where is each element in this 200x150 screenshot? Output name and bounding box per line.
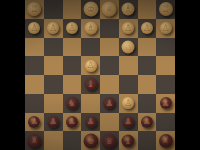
square-b1[interactable] [138, 0, 157, 19]
piece-wP-a2[interactable]: ♙ [160, 22, 172, 34]
chess-piece-glyph-bP: ♟ [30, 117, 38, 126]
square-a6[interactable]: ♟ [156, 94, 175, 113]
chess-piece-glyph-wB: ♗ [87, 24, 95, 33]
square-f4[interactable] [63, 56, 82, 75]
square-g1[interactable] [44, 0, 63, 19]
chess-piece-glyph-wP: ♙ [49, 24, 57, 33]
square-h1[interactable]: ♖ [25, 0, 44, 19]
square-c8[interactable]: ♝ [119, 131, 138, 150]
square-e5[interactable]: ♝ [81, 75, 100, 94]
square-a7[interactable] [156, 113, 175, 132]
chess-piece-glyph-wP: ♙ [68, 24, 76, 33]
piece-bB-e5[interactable]: ♝ [84, 78, 97, 91]
square-h8[interactable]: ♜ [25, 131, 44, 150]
square-f7[interactable]: ♟ [63, 113, 82, 132]
piece-bP-e7[interactable]: ♟ [85, 116, 97, 128]
square-g6[interactable] [44, 94, 63, 113]
chess-piece-glyph-wP: ♙ [30, 24, 38, 33]
square-h2[interactable]: ♙ [25, 19, 44, 38]
square-f2[interactable]: ♙ [63, 19, 82, 38]
square-a2[interactable]: ♙ [156, 19, 175, 38]
square-d7[interactable] [100, 113, 119, 132]
square-d5[interactable] [100, 75, 119, 94]
chess-piece-glyph-wR: ♖ [30, 5, 38, 14]
chess-piece-glyph-bB: ♝ [124, 136, 132, 145]
square-e1[interactable]: ♔ [81, 0, 100, 19]
chess-piece-glyph-bQ: ♛ [105, 136, 113, 145]
square-h3[interactable] [25, 38, 44, 57]
chess-piece-glyph-wR: ♖ [162, 5, 170, 14]
square-f8[interactable] [63, 131, 82, 150]
square-b2[interactable]: ♙ [138, 19, 157, 38]
piece-wR-a1[interactable]: ♖ [159, 2, 173, 16]
chess-piece-glyph-bP: ♟ [143, 117, 151, 126]
square-g2[interactable]: ♙ [44, 19, 63, 38]
piece-wP-g2[interactable]: ♙ [47, 22, 59, 34]
square-f5[interactable] [63, 75, 82, 94]
piece-wP-f2[interactable]: ♙ [66, 22, 78, 34]
square-g4[interactable] [44, 56, 63, 75]
square-e6[interactable] [81, 94, 100, 113]
square-b8[interactable] [138, 131, 157, 150]
piece-bP-g7[interactable]: ♟ [47, 116, 59, 128]
square-e3[interactable] [81, 38, 100, 57]
square-a1[interactable]: ♖ [156, 0, 175, 19]
square-c7[interactable]: ♟ [119, 113, 138, 132]
piece-wB-c1[interactable]: ♗ [122, 3, 135, 16]
piece-bP-b7[interactable]: ♟ [141, 116, 153, 128]
square-c2[interactable]: ♙ [119, 19, 138, 38]
chess-piece-glyph-bB: ♝ [87, 80, 95, 89]
square-d2[interactable] [100, 19, 119, 38]
square-g7[interactable]: ♟ [44, 113, 63, 132]
chess-piece-glyph-wN: ♘ [124, 42, 132, 51]
piece-bN-f6[interactable]: ♞ [65, 97, 78, 110]
chess-piece-glyph-wQ: ♕ [105, 5, 113, 14]
chess-piece-glyph-bP: ♟ [105, 99, 113, 108]
piece-bR-a8[interactable]: ♜ [159, 134, 173, 148]
chess-piece-glyph-bR: ♜ [162, 136, 170, 145]
square-c3[interactable]: ♘ [119, 38, 138, 57]
chess-piece-glyph-bP: ♟ [68, 117, 76, 126]
piece-bQ-d8[interactable]: ♛ [102, 133, 117, 148]
piece-wK-e1[interactable]: ♔ [83, 2, 98, 17]
square-e7[interactable]: ♟ [81, 113, 100, 132]
chess-board: ♖♔♕♗♖♙♙♙♗♙♙♙♘♙♝♞♟♙♟♟♟♟♟♟♟♜♚♛♝♜ [25, 0, 175, 150]
chess-piece-glyph-wP: ♙ [162, 24, 170, 33]
chess-piece-glyph-bP: ♟ [87, 117, 95, 126]
chess-piece-glyph-wB: ♗ [124, 5, 132, 14]
piece-wN-c3[interactable]: ♘ [122, 40, 135, 53]
chess-piece-glyph-wP: ♙ [87, 61, 95, 70]
piece-bP-d6[interactable]: ♟ [103, 97, 115, 109]
piece-wR-h1[interactable]: ♖ [27, 2, 41, 16]
square-d1[interactable]: ♕ [100, 0, 119, 19]
chess-piece-glyph-wP: ♙ [124, 24, 132, 33]
square-b7[interactable]: ♟ [138, 113, 157, 132]
square-g8[interactable] [44, 131, 63, 150]
square-h4[interactable] [25, 56, 44, 75]
square-d4[interactable] [100, 56, 119, 75]
square-c5[interactable] [119, 75, 138, 94]
square-b3[interactable] [138, 38, 157, 57]
square-d6[interactable]: ♟ [100, 94, 119, 113]
chess-piece-glyph-bP: ♟ [124, 117, 132, 126]
piece-bB-c8[interactable]: ♝ [122, 134, 135, 147]
square-a5[interactable] [156, 75, 175, 94]
piece-wP-c2[interactable]: ♙ [122, 22, 134, 34]
piece-wB-e2[interactable]: ♗ [84, 22, 97, 35]
square-c1[interactable]: ♗ [119, 0, 138, 19]
chess-piece-glyph-bP: ♟ [49, 117, 57, 126]
chess-app-window: ♖♔♕♗♖♙♙♙♗♙♙♙♘♙♝♞♟♙♟♟♟♟♟♟♟♜♚♛♝♜ [0, 0, 200, 150]
piece-wP-b2[interactable]: ♙ [141, 22, 153, 34]
piece-bK-e8[interactable]: ♚ [83, 133, 98, 148]
square-g3[interactable] [44, 38, 63, 57]
square-c4[interactable] [119, 56, 138, 75]
piece-wP-e4[interactable]: ♙ [85, 60, 97, 72]
square-a4[interactable] [156, 56, 175, 75]
chess-piece-glyph-bP: ♟ [162, 99, 170, 108]
square-h5[interactable] [25, 75, 44, 94]
square-b6[interactable] [138, 94, 157, 113]
piece-wQ-d1[interactable]: ♕ [102, 2, 117, 17]
square-e8[interactable]: ♚ [81, 131, 100, 150]
square-g5[interactable] [44, 75, 63, 94]
square-a8[interactable]: ♜ [156, 131, 175, 150]
square-h7[interactable]: ♟ [25, 113, 44, 132]
square-c6[interactable]: ♙ [119, 94, 138, 113]
square-b4[interactable] [138, 56, 157, 75]
square-f1[interactable] [63, 0, 82, 19]
square-d8[interactable]: ♛ [100, 131, 119, 150]
piece-bP-c7[interactable]: ♟ [122, 116, 134, 128]
chess-piece-glyph-bN: ♞ [68, 99, 76, 108]
square-a3[interactable] [156, 38, 175, 57]
chess-piece-glyph-bR: ♜ [30, 136, 38, 145]
piece-bR-h8[interactable]: ♜ [27, 134, 41, 148]
square-b5[interactable] [138, 75, 157, 94]
square-e2[interactable]: ♗ [81, 19, 100, 38]
chess-piece-glyph-wP: ♙ [143, 24, 151, 33]
square-h6[interactable] [25, 94, 44, 113]
chess-piece-glyph-bK: ♚ [87, 136, 95, 145]
piece-bP-a6[interactable]: ♟ [160, 97, 172, 109]
square-e4[interactable]: ♙ [81, 56, 100, 75]
square-d3[interactable] [100, 38, 119, 57]
square-f3[interactable] [63, 38, 82, 57]
chess-piece-glyph-wP: ♙ [124, 99, 132, 108]
chess-piece-glyph-wK: ♔ [87, 5, 95, 14]
piece-wP-c6[interactable]: ♙ [122, 97, 134, 109]
piece-bP-h7[interactable]: ♟ [28, 116, 40, 128]
square-f6[interactable]: ♞ [63, 94, 82, 113]
piece-wP-h2[interactable]: ♙ [28, 22, 40, 34]
piece-bP-f7[interactable]: ♟ [66, 116, 78, 128]
